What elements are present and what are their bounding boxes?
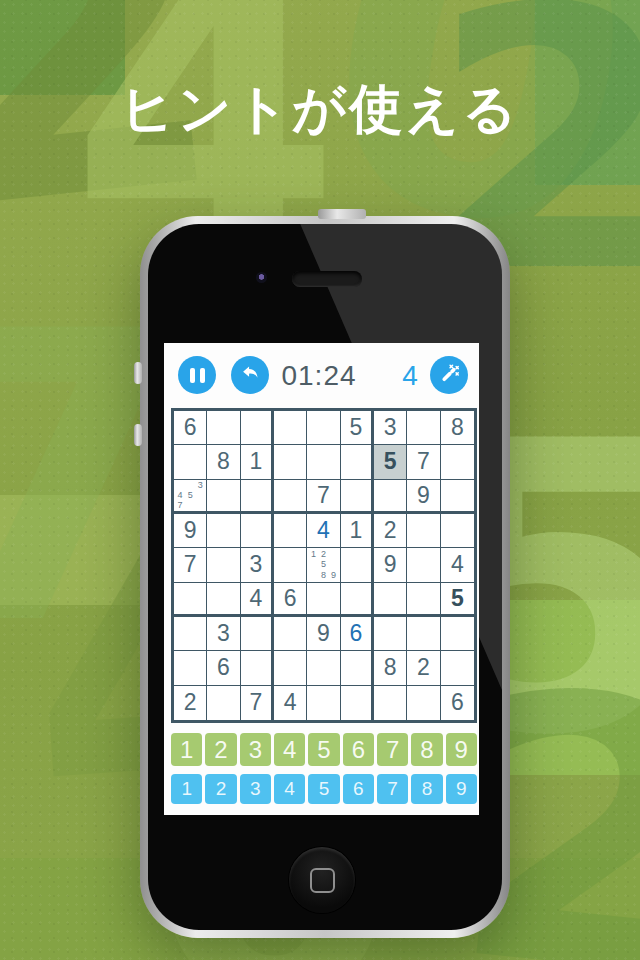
cell-value: 8 — [451, 416, 464, 439]
sudoku-cell-r8c4[interactable] — [274, 651, 307, 685]
cell-value: 9 — [317, 622, 330, 645]
cell-value: 9 — [384, 553, 397, 576]
numpad-green-key-4[interactable]: 4 — [274, 733, 305, 766]
numpad-green-key-2[interactable]: 2 — [205, 733, 236, 766]
earpiece-speaker — [292, 271, 362, 287]
sudoku-cell-r2c7[interactable]: 5 — [374, 445, 407, 479]
cell-value: 4 — [317, 519, 330, 542]
cell-value: 1 — [249, 450, 262, 473]
cell-value: 4 — [451, 553, 464, 576]
app-screen: 01:24 4 — [164, 343, 479, 815]
sudoku-cell-r7c5[interactable]: 9 — [307, 617, 340, 651]
sudoku-cell-r4c1[interactable]: 9 — [174, 514, 207, 548]
sudoku-cell-r3c2[interactable] — [207, 480, 240, 514]
pause-button[interactable] — [178, 356, 216, 394]
sudoku-cell-r2c5[interactable] — [307, 445, 340, 479]
phone-frame: 01:24 4 — [140, 216, 510, 938]
sudoku-cell-r4c5[interactable]: 4 — [307, 514, 340, 548]
promo-title: ヒントが使える — [0, 74, 640, 146]
sudoku-cell-r3c1[interactable]: 3457 — [174, 480, 207, 514]
cell-value: 7 — [184, 553, 197, 576]
numpad-green-key-5[interactable]: 5 — [308, 733, 339, 766]
sudoku-cell-r9c9[interactable]: 6 — [441, 686, 474, 720]
numpad-blue-key-1[interactable]: 1 — [171, 774, 202, 804]
cell-value: 7 — [249, 691, 262, 714]
cell-value: 3 — [384, 416, 397, 439]
sudoku-cell-r8c5[interactable] — [307, 651, 340, 685]
home-button — [289, 847, 355, 913]
sudoku-cell-r9c3[interactable]: 7 — [241, 686, 274, 720]
sudoku-cell-r6c3[interactable]: 4 — [241, 583, 274, 617]
sudoku-cell-r1c2[interactable] — [207, 411, 240, 445]
volume-down-button — [134, 424, 142, 446]
home-button-square-icon — [310, 868, 335, 893]
numpad-green-key-8[interactable]: 8 — [411, 733, 442, 766]
numpad-green-key-1[interactable]: 1 — [171, 733, 202, 766]
numpad-green-key-9[interactable]: 9 — [446, 733, 477, 766]
sudoku-cell-r7c1[interactable] — [174, 617, 207, 651]
phone-face: 01:24 4 — [148, 224, 502, 930]
sudoku-cell-r6c8[interactable] — [407, 583, 440, 617]
power-button — [318, 209, 366, 219]
sudoku-cell-r9c5[interactable] — [307, 686, 340, 720]
sudoku-cell-r7c2[interactable]: 3 — [207, 617, 240, 651]
sudoku-cell-r5c6[interactable] — [341, 548, 374, 582]
sudoku-cell-r5c1[interactable]: 7 — [174, 548, 207, 582]
sudoku-cell-r1c1[interactable]: 6 — [174, 411, 207, 445]
sudoku-cell-r7c4[interactable] — [274, 617, 307, 651]
sudoku-cell-r2c6[interactable] — [341, 445, 374, 479]
sudoku-cell-r3c7[interactable] — [374, 480, 407, 514]
sudoku-cell-r9c1[interactable]: 2 — [174, 686, 207, 720]
sudoku-cell-r6c2[interactable] — [207, 583, 240, 617]
cell-value: 4 — [249, 587, 262, 610]
numpad-blue-key-2[interactable]: 2 — [205, 774, 236, 804]
sudoku-cell-r9c8[interactable] — [407, 686, 440, 720]
sudoku-cell-r7c3[interactable] — [241, 617, 274, 651]
hint-button[interactable] — [430, 356, 468, 394]
numpad-green-key-3[interactable]: 3 — [240, 733, 271, 766]
sudoku-cell-r2c9[interactable] — [441, 445, 474, 479]
sudoku-cell-r4c3[interactable] — [241, 514, 274, 548]
sudoku-cell-r1c4[interactable] — [274, 411, 307, 445]
numpad-green-key-7[interactable]: 7 — [377, 733, 408, 766]
cell-value: 8 — [217, 450, 230, 473]
sudoku-cell-r4c6[interactable]: 1 — [341, 514, 374, 548]
pencil-marks: 3457 — [174, 480, 206, 511]
sudoku-board: 6538815734577994127312589944653966822746 — [171, 408, 477, 723]
cell-value: 5 — [451, 587, 464, 610]
sudoku-cell-r5c2[interactable] — [207, 548, 240, 582]
sudoku-cell-r6c7[interactable] — [374, 583, 407, 617]
numpad-blue-key-8[interactable]: 8 — [411, 774, 442, 804]
sudoku-cell-r8c7[interactable]: 8 — [374, 651, 407, 685]
sudoku-cell-r6c1[interactable] — [174, 583, 207, 617]
sudoku-cell-r4c2[interactable] — [207, 514, 240, 548]
sudoku-cell-r3c8[interactable]: 9 — [407, 480, 440, 514]
cell-value: 9 — [184, 519, 197, 542]
sudoku-cell-r6c4[interactable]: 6 — [274, 583, 307, 617]
volume-up-button — [134, 362, 142, 384]
cell-value: 3 — [217, 622, 230, 645]
sudoku-cell-r5c3[interactable]: 3 — [241, 548, 274, 582]
sudoku-cell-r3c9[interactable] — [441, 480, 474, 514]
sudoku-cell-r2c3[interactable]: 1 — [241, 445, 274, 479]
cell-value: 7 — [317, 484, 330, 507]
cell-value: 6 — [451, 691, 464, 714]
sudoku-cell-r2c8[interactable]: 7 — [407, 445, 440, 479]
sudoku-cell-r9c7[interactable] — [374, 686, 407, 720]
numpad-blue-key-6[interactable]: 6 — [343, 774, 374, 804]
sudoku-cell-r3c4[interactable] — [274, 480, 307, 514]
game-timer: 01:24 — [269, 360, 369, 392]
cell-value: 4 — [284, 691, 297, 714]
sudoku-cell-r6c5[interactable] — [307, 583, 340, 617]
sudoku-cell-r2c1[interactable] — [174, 445, 207, 479]
numpad-green-key-6[interactable]: 6 — [343, 733, 374, 766]
sudoku-cell-r9c2[interactable] — [207, 686, 240, 720]
numpad-pencil: 123456789 — [171, 733, 477, 766]
sudoku-cell-r6c6[interactable] — [341, 583, 374, 617]
front-camera — [256, 272, 267, 283]
sudoku-cell-r9c4[interactable]: 4 — [274, 686, 307, 720]
sudoku-cell-r4c4[interactable] — [274, 514, 307, 548]
sudoku-cell-r8c6[interactable] — [341, 651, 374, 685]
cell-value: 6 — [184, 416, 197, 439]
cell-value: 6 — [349, 622, 362, 645]
sudoku-cell-r5c5[interactable]: 12589 — [307, 548, 340, 582]
sudoku-cell-r7c7[interactable] — [374, 617, 407, 651]
pencil-marks: 12589 — [307, 548, 339, 581]
cell-value: 7 — [417, 450, 430, 473]
sudoku-cell-r1c5[interactable] — [307, 411, 340, 445]
sudoku-cell-r3c3[interactable] — [241, 480, 274, 514]
cell-value: 3 — [249, 553, 262, 576]
cell-value: 2 — [384, 519, 397, 542]
sudoku-cell-r5c8[interactable] — [407, 548, 440, 582]
sudoku-cell-r9c6[interactable] — [341, 686, 374, 720]
cell-value: 9 — [417, 484, 430, 507]
sudoku-cell-r8c3[interactable] — [241, 651, 274, 685]
sudoku-cell-r8c1[interactable] — [174, 651, 207, 685]
sudoku-cell-r2c2[interactable]: 8 — [207, 445, 240, 479]
numpad-blue-key-9[interactable]: 9 — [446, 774, 477, 804]
numpad-entry: 123456789 — [171, 774, 477, 804]
cell-value: 1 — [349, 519, 362, 542]
magic-wand-icon — [438, 362, 461, 389]
undo-icon — [239, 362, 261, 388]
sudoku-cell-r1c7[interactable]: 3 — [374, 411, 407, 445]
sudoku-cell-r7c9[interactable] — [441, 617, 474, 651]
sudoku-cell-r1c8[interactable] — [407, 411, 440, 445]
sudoku-cell-r8c9[interactable] — [441, 651, 474, 685]
numpad-blue-key-5[interactable]: 5 — [308, 774, 339, 804]
sudoku-cell-r7c8[interactable] — [407, 617, 440, 651]
sudoku-cell-r2c4[interactable] — [274, 445, 307, 479]
numpad-blue-key-7[interactable]: 7 — [377, 774, 408, 804]
sudoku-cell-r3c6[interactable] — [341, 480, 374, 514]
sudoku-cell-r6c9[interactable]: 5 — [441, 583, 474, 617]
sudoku-cell-r1c6[interactable]: 5 — [341, 411, 374, 445]
sudoku-cell-r3c5[interactable]: 7 — [307, 480, 340, 514]
sudoku-cell-r8c2[interactable]: 6 — [207, 651, 240, 685]
sudoku-cell-r1c3[interactable] — [241, 411, 274, 445]
cell-value: 2 — [417, 656, 430, 679]
numpad-blue-key-3[interactable]: 3 — [240, 774, 271, 804]
sudoku-cell-r7c6[interactable]: 6 — [341, 617, 374, 651]
cell-value: 6 — [217, 656, 230, 679]
sudoku-cell-r4c8[interactable] — [407, 514, 440, 548]
sudoku-cell-r5c9[interactable]: 4 — [441, 548, 474, 582]
sudoku-cell-r4c7[interactable]: 2 — [374, 514, 407, 548]
cell-value: 6 — [284, 587, 297, 610]
sudoku-cell-r5c7[interactable]: 9 — [374, 548, 407, 582]
undo-button[interactable] — [231, 356, 269, 394]
hint-count: 4 — [391, 360, 429, 392]
cell-value: 2 — [184, 691, 197, 714]
sudoku-cell-r1c9[interactable]: 8 — [441, 411, 474, 445]
cell-value: 8 — [384, 656, 397, 679]
cell-value: 5 — [384, 450, 397, 473]
sudoku-cell-r5c4[interactable] — [274, 548, 307, 582]
sudoku-cell-r4c9[interactable] — [441, 514, 474, 548]
pause-icon — [190, 368, 205, 383]
cell-value: 5 — [349, 416, 362, 439]
numpad-blue-key-4[interactable]: 4 — [274, 774, 305, 804]
sudoku-cell-r8c8[interactable]: 2 — [407, 651, 440, 685]
